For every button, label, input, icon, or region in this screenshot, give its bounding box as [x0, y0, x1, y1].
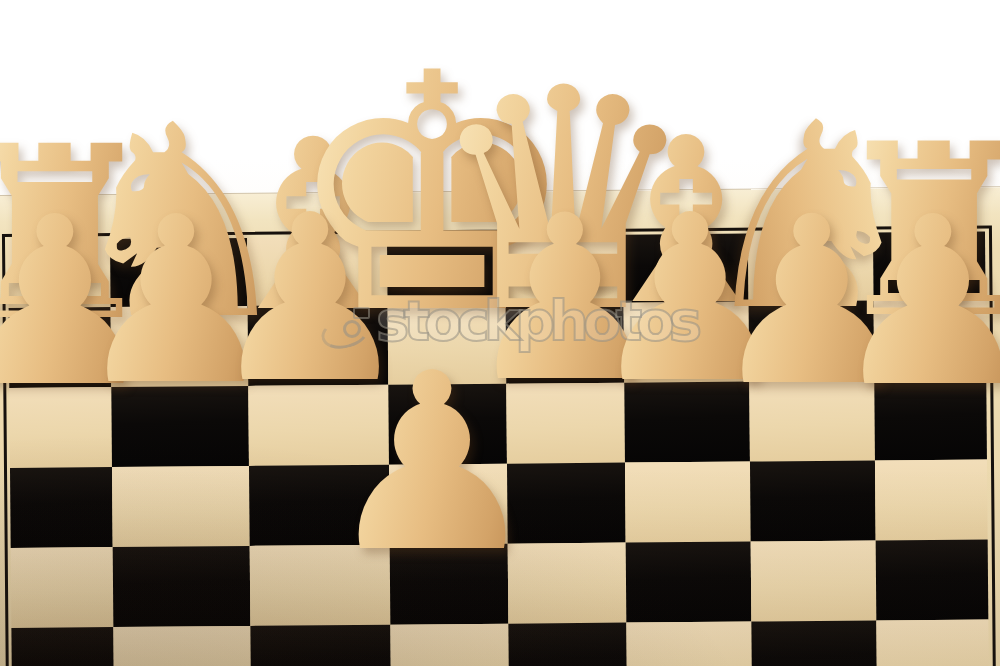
- piece-white-pawn-a2[interactable]: ♟: [829, 186, 1000, 419]
- photo-stage: ♜♞♝♚♛♝♞♜♟♟♟♟♟♟♟♟ stockphotos: [0, 0, 1000, 666]
- pieces: ♜♞♝♚♛♝♞♜♟♟♟♟♟♟♟♟: [0, 0, 1000, 666]
